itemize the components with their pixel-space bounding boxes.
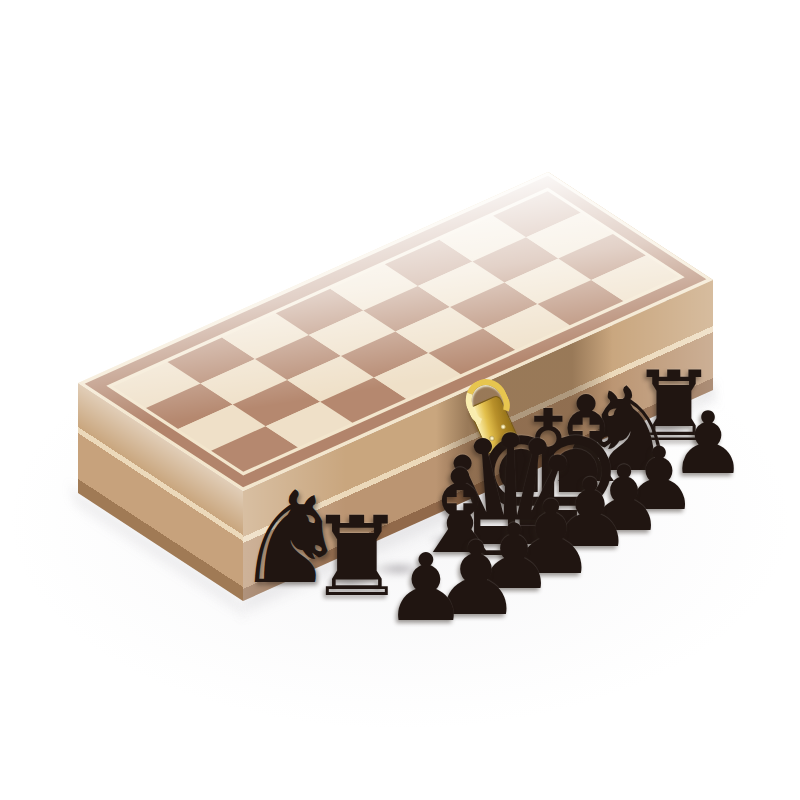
product-photo: ♜♞♝♛♚♝♞♜♟♟♟♟♟♟♟♟ — [0, 0, 800, 800]
piece-pawn-dark-1: ♟ — [384, 542, 467, 635]
